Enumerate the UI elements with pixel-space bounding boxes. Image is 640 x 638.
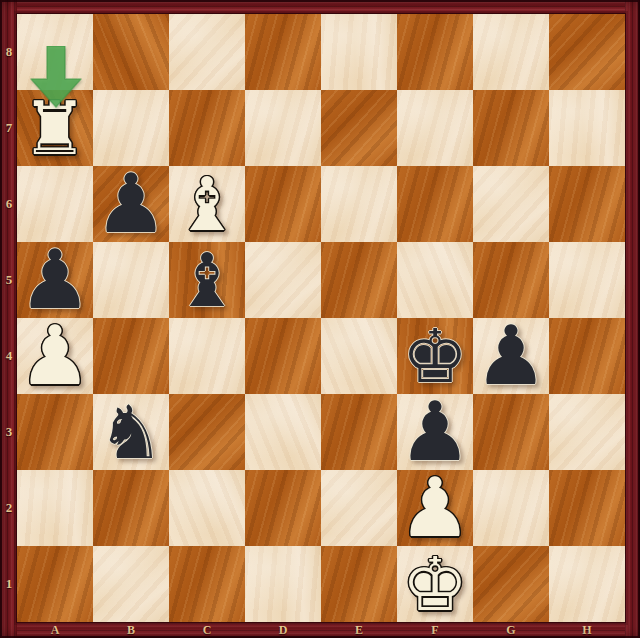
rank-label-4: 4 — [1, 318, 17, 394]
file-label-D: D — [245, 622, 321, 638]
file-label-E: E — [321, 622, 397, 638]
square-b7[interactable] — [93, 90, 169, 166]
square-g6[interactable] — [473, 166, 549, 242]
square-h8[interactable] — [549, 14, 625, 90]
square-b2[interactable] — [93, 470, 169, 546]
square-c4[interactable] — [169, 318, 245, 394]
square-g5[interactable] — [473, 242, 549, 318]
square-g3[interactable] — [473, 394, 549, 470]
piece-white-pawn-a4[interactable]: ♟ — [17, 318, 93, 394]
square-f5[interactable] — [397, 242, 473, 318]
square-h7[interactable] — [549, 90, 625, 166]
square-d3[interactable] — [245, 394, 321, 470]
square-e7[interactable] — [321, 90, 397, 166]
square-d5[interactable] — [245, 242, 321, 318]
file-label-C: C — [169, 622, 245, 638]
rank-label-5: 5 — [1, 242, 17, 318]
square-b5[interactable] — [93, 242, 169, 318]
chessboard: ♜♝♟♟♚♟♟♝♚♟♞♟ 87654321 ABCDEFGH — [0, 0, 640, 638]
square-c2[interactable] — [169, 470, 245, 546]
file-label-A: A — [17, 622, 93, 638]
square-d7[interactable] — [245, 90, 321, 166]
square-d6[interactable] — [245, 166, 321, 242]
rank-label-2: 2 — [1, 470, 17, 546]
rank-label-3: 3 — [1, 394, 17, 470]
square-f8[interactable] — [397, 14, 473, 90]
square-e1[interactable] — [321, 546, 397, 622]
square-a2[interactable] — [17, 470, 93, 546]
move-arrow-shape — [31, 46, 81, 107]
square-h6[interactable] — [549, 166, 625, 242]
square-e4[interactable] — [321, 318, 397, 394]
square-e2[interactable] — [321, 470, 397, 546]
square-d1[interactable] — [245, 546, 321, 622]
rank-label-8: 8 — [1, 14, 17, 90]
piece-black-pawn-b6[interactable]: ♟ — [93, 166, 169, 242]
rank-label-7: 7 — [1, 90, 17, 166]
square-g8[interactable] — [473, 14, 549, 90]
square-b1[interactable] — [93, 546, 169, 622]
piece-white-bishop-c6[interactable]: ♝ — [169, 166, 245, 242]
square-h1[interactable] — [549, 546, 625, 622]
file-label-H: H — [549, 622, 625, 638]
piece-black-pawn-g4[interactable]: ♟ — [473, 318, 549, 394]
frame-top — [0, 0, 640, 14]
piece-black-pawn-f3[interactable]: ♟ — [397, 394, 473, 470]
square-h2[interactable] — [549, 470, 625, 546]
file-label-G: G — [473, 622, 549, 638]
square-c8[interactable] — [169, 14, 245, 90]
square-a1[interactable] — [17, 546, 93, 622]
square-g7[interactable] — [473, 90, 549, 166]
file-label-F: F — [397, 622, 473, 638]
piece-black-knight-b3[interactable]: ♞ — [93, 394, 169, 470]
square-g1[interactable] — [473, 546, 549, 622]
square-e3[interactable] — [321, 394, 397, 470]
file-label-B: B — [93, 622, 169, 638]
square-c7[interactable] — [169, 90, 245, 166]
square-c1[interactable] — [169, 546, 245, 622]
square-h4[interactable] — [549, 318, 625, 394]
square-c3[interactable] — [169, 394, 245, 470]
square-e8[interactable] — [321, 14, 397, 90]
square-a6[interactable] — [17, 166, 93, 242]
square-h3[interactable] — [549, 394, 625, 470]
piece-black-bishop-c5[interactable]: ♝ — [169, 242, 245, 318]
square-e5[interactable] — [321, 242, 397, 318]
rank-label-1: 1 — [1, 546, 17, 622]
piece-white-pawn-f2[interactable]: ♟ — [397, 470, 473, 546]
square-d8[interactable] — [245, 14, 321, 90]
square-b4[interactable] — [93, 318, 169, 394]
square-d2[interactable] — [245, 470, 321, 546]
piece-white-king-f1[interactable]: ♚ — [397, 546, 473, 622]
square-d4[interactable] — [245, 318, 321, 394]
square-h5[interactable] — [549, 242, 625, 318]
square-f6[interactable] — [397, 166, 473, 242]
square-f7[interactable] — [397, 90, 473, 166]
piece-black-king-f4[interactable]: ♚ — [397, 318, 473, 394]
rank-label-6: 6 — [1, 166, 17, 242]
square-g2[interactable] — [473, 470, 549, 546]
square-b8[interactable] — [93, 14, 169, 90]
piece-black-pawn-a5[interactable]: ♟ — [17, 242, 93, 318]
frame-right — [625, 0, 640, 638]
move-arrow-icon — [30, 46, 82, 108]
square-a3[interactable] — [17, 394, 93, 470]
square-e6[interactable] — [321, 166, 397, 242]
